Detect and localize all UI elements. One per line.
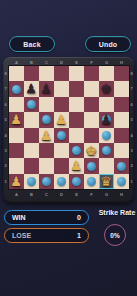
rank-label: 6: [4, 100, 7, 109]
move-hint-dot: [72, 177, 81, 186]
back-button[interactable]: Back: [9, 36, 55, 52]
square-d6[interactable]: [54, 97, 69, 112]
square-a5[interactable]: ♟: [9, 112, 24, 127]
ranks-right: 87654321: [129, 66, 135, 189]
square-c5[interactable]: [39, 112, 54, 127]
square-h2[interactable]: [114, 158, 129, 173]
file-label: G: [102, 192, 111, 195]
move-hint-dot: [87, 177, 96, 186]
square-d3[interactable]: [54, 143, 69, 158]
square-b7[interactable]: ♟: [24, 81, 39, 96]
move-hint-dot: [27, 100, 36, 109]
rank-label: 7: [4, 85, 7, 94]
piece-black-pawn: ♟: [99, 112, 114, 127]
square-e4[interactable]: [69, 128, 84, 143]
move-hint-dot: [57, 131, 66, 140]
file-label: H: [117, 60, 126, 63]
square-c3[interactable]: [39, 143, 54, 158]
square-e7[interactable]: [69, 81, 84, 96]
move-hint-dot: [57, 177, 66, 186]
move-hint-dot: [102, 131, 111, 140]
square-g2[interactable]: [99, 158, 114, 173]
rank-label: 8: [4, 69, 7, 78]
square-h5[interactable]: [114, 112, 129, 127]
square-b6[interactable]: [24, 97, 39, 112]
move-hint-dot: [117, 162, 126, 171]
piece-black-king: ♚: [99, 81, 114, 96]
rank-label: 2: [4, 162, 7, 171]
square-f6[interactable]: [84, 97, 99, 112]
square-h1[interactable]: [114, 174, 129, 189]
file-label: A: [12, 192, 21, 195]
move-hint-dot: [42, 177, 51, 186]
square-e2[interactable]: ♟: [69, 158, 84, 173]
square-d8[interactable]: [54, 66, 69, 81]
move-hint-dot: [72, 146, 81, 155]
square-d7[interactable]: [54, 81, 69, 96]
rank-label: 5: [130, 115, 133, 124]
lose-counter: LOSE 1: [4, 228, 89, 243]
file-label: C: [42, 60, 51, 63]
board: ♟♟♚♟♟♟♟♚♟♟♛: [9, 66, 129, 189]
move-hint-dot: [117, 177, 126, 186]
square-d2[interactable]: [54, 158, 69, 173]
square-a4[interactable]: [9, 128, 24, 143]
piece-white-pawn: ♟: [54, 112, 69, 127]
win-label: WIN: [12, 214, 26, 221]
move-hint-dot: [12, 85, 21, 94]
square-f3[interactable]: ♚: [84, 143, 99, 158]
square-g3[interactable]: [99, 143, 114, 158]
square-g8[interactable]: [99, 66, 114, 81]
square-h7[interactable]: [114, 81, 129, 96]
lose-value: 1: [77, 232, 81, 239]
file-label: H: [117, 192, 126, 195]
square-c8[interactable]: [39, 66, 54, 81]
piece-white-king: ♚: [84, 143, 99, 158]
strike-rate-badge: 0%: [104, 224, 126, 246]
square-f2[interactable]: [84, 158, 99, 173]
strike-rate-value: 0%: [110, 232, 119, 239]
rank-label: 3: [130, 146, 133, 155]
square-e3[interactable]: [69, 143, 84, 158]
square-a2[interactable]: [9, 158, 24, 173]
move-hint-dot: [42, 115, 51, 124]
app-screen: Back Undo ABCDEFGH 87654321 ♟♟♚♟♟♟♟♚♟♟♛ …: [0, 0, 137, 296]
square-g5[interactable]: ♟: [99, 112, 114, 127]
rank-label: 1: [130, 177, 133, 186]
square-f8[interactable]: [84, 66, 99, 81]
piece-white-pawn: ♟: [69, 158, 84, 173]
square-a3[interactable]: [9, 143, 24, 158]
board-frame: ABCDEFGH 87654321 ♟♟♚♟♟♟♟♚♟♟♛ 87654321 A…: [3, 57, 134, 203]
rank-label: 6: [130, 100, 133, 109]
file-label: E: [72, 192, 81, 195]
win-counter: WIN 0: [4, 210, 89, 225]
square-b1[interactable]: [24, 174, 39, 189]
piece-black-pawn: ♟: [39, 81, 54, 96]
square-f1[interactable]: [84, 174, 99, 189]
square-h3[interactable]: [114, 143, 129, 158]
square-e5[interactable]: [69, 112, 84, 127]
file-label: B: [27, 60, 36, 63]
rank-label: 1: [4, 177, 7, 186]
rank-label: 2: [130, 162, 133, 171]
square-c7[interactable]: ♟: [39, 81, 54, 96]
square-a7[interactable]: [9, 81, 24, 96]
square-f4[interactable]: [84, 128, 99, 143]
move-hint-dot: [87, 162, 96, 171]
square-b2[interactable]: [24, 158, 39, 173]
square-f5[interactable]: [84, 112, 99, 127]
file-label: B: [27, 192, 36, 195]
files-bottom: ABCDEFGH: [9, 191, 129, 197]
square-h4[interactable]: [114, 128, 129, 143]
square-g1[interactable]: ♛: [99, 174, 114, 189]
piece-black-pawn: ♟: [24, 81, 39, 96]
square-b4[interactable]: [24, 128, 39, 143]
file-label: D: [57, 60, 66, 63]
piece-white-pawn: ♟: [9, 112, 24, 127]
piece-white-pawn: ♟: [39, 128, 54, 143]
rank-label: 3: [4, 146, 7, 155]
square-a1[interactable]: ♟: [9, 174, 24, 189]
file-label: F: [87, 60, 96, 63]
square-g7[interactable]: ♚: [99, 81, 114, 96]
rank-label: 8: [130, 69, 133, 78]
square-b5[interactable]: [24, 112, 39, 127]
move-hint-dot: [27, 177, 36, 186]
square-a6[interactable]: [9, 97, 24, 112]
square-c4[interactable]: ♟: [39, 128, 54, 143]
square-g4[interactable]: [99, 128, 114, 143]
piece-white-queen: ♛: [99, 174, 114, 189]
files-top: ABCDEFGH: [9, 59, 129, 65]
file-label: A: [12, 60, 21, 63]
file-label: D: [57, 192, 66, 195]
square-f7[interactable]: [84, 81, 99, 96]
rank-label: 4: [130, 131, 133, 140]
lose-label: LOSE: [12, 232, 31, 239]
move-hint-dot: [102, 146, 111, 155]
strike-rate-label: Strike Rate: [97, 209, 137, 216]
undo-button[interactable]: Undo: [85, 36, 131, 52]
square-b3[interactable]: [24, 143, 39, 158]
rank-label: 5: [4, 115, 7, 124]
square-d5[interactable]: ♟: [54, 112, 69, 127]
square-b8[interactable]: [24, 66, 39, 81]
square-c6[interactable]: [39, 97, 54, 112]
rank-label: 4: [4, 131, 7, 140]
file-label: E: [72, 60, 81, 63]
file-label: G: [102, 60, 111, 63]
rank-label: 7: [130, 85, 133, 94]
square-g6[interactable]: [99, 97, 114, 112]
square-d4[interactable]: [54, 128, 69, 143]
square-d1[interactable]: [54, 174, 69, 189]
square-e1[interactable]: [69, 174, 84, 189]
file-label: F: [87, 192, 96, 195]
square-c2[interactable]: [39, 158, 54, 173]
square-h8[interactable]: [114, 66, 129, 81]
square-e6[interactable]: [69, 97, 84, 112]
file-label: C: [42, 192, 51, 195]
piece-white-pawn: ♟: [9, 174, 24, 189]
square-h6[interactable]: [114, 97, 129, 112]
square-e8[interactable]: [69, 66, 84, 81]
win-value: 0: [77, 214, 81, 221]
square-a8[interactable]: [9, 66, 24, 81]
square-c1[interactable]: [39, 174, 54, 189]
